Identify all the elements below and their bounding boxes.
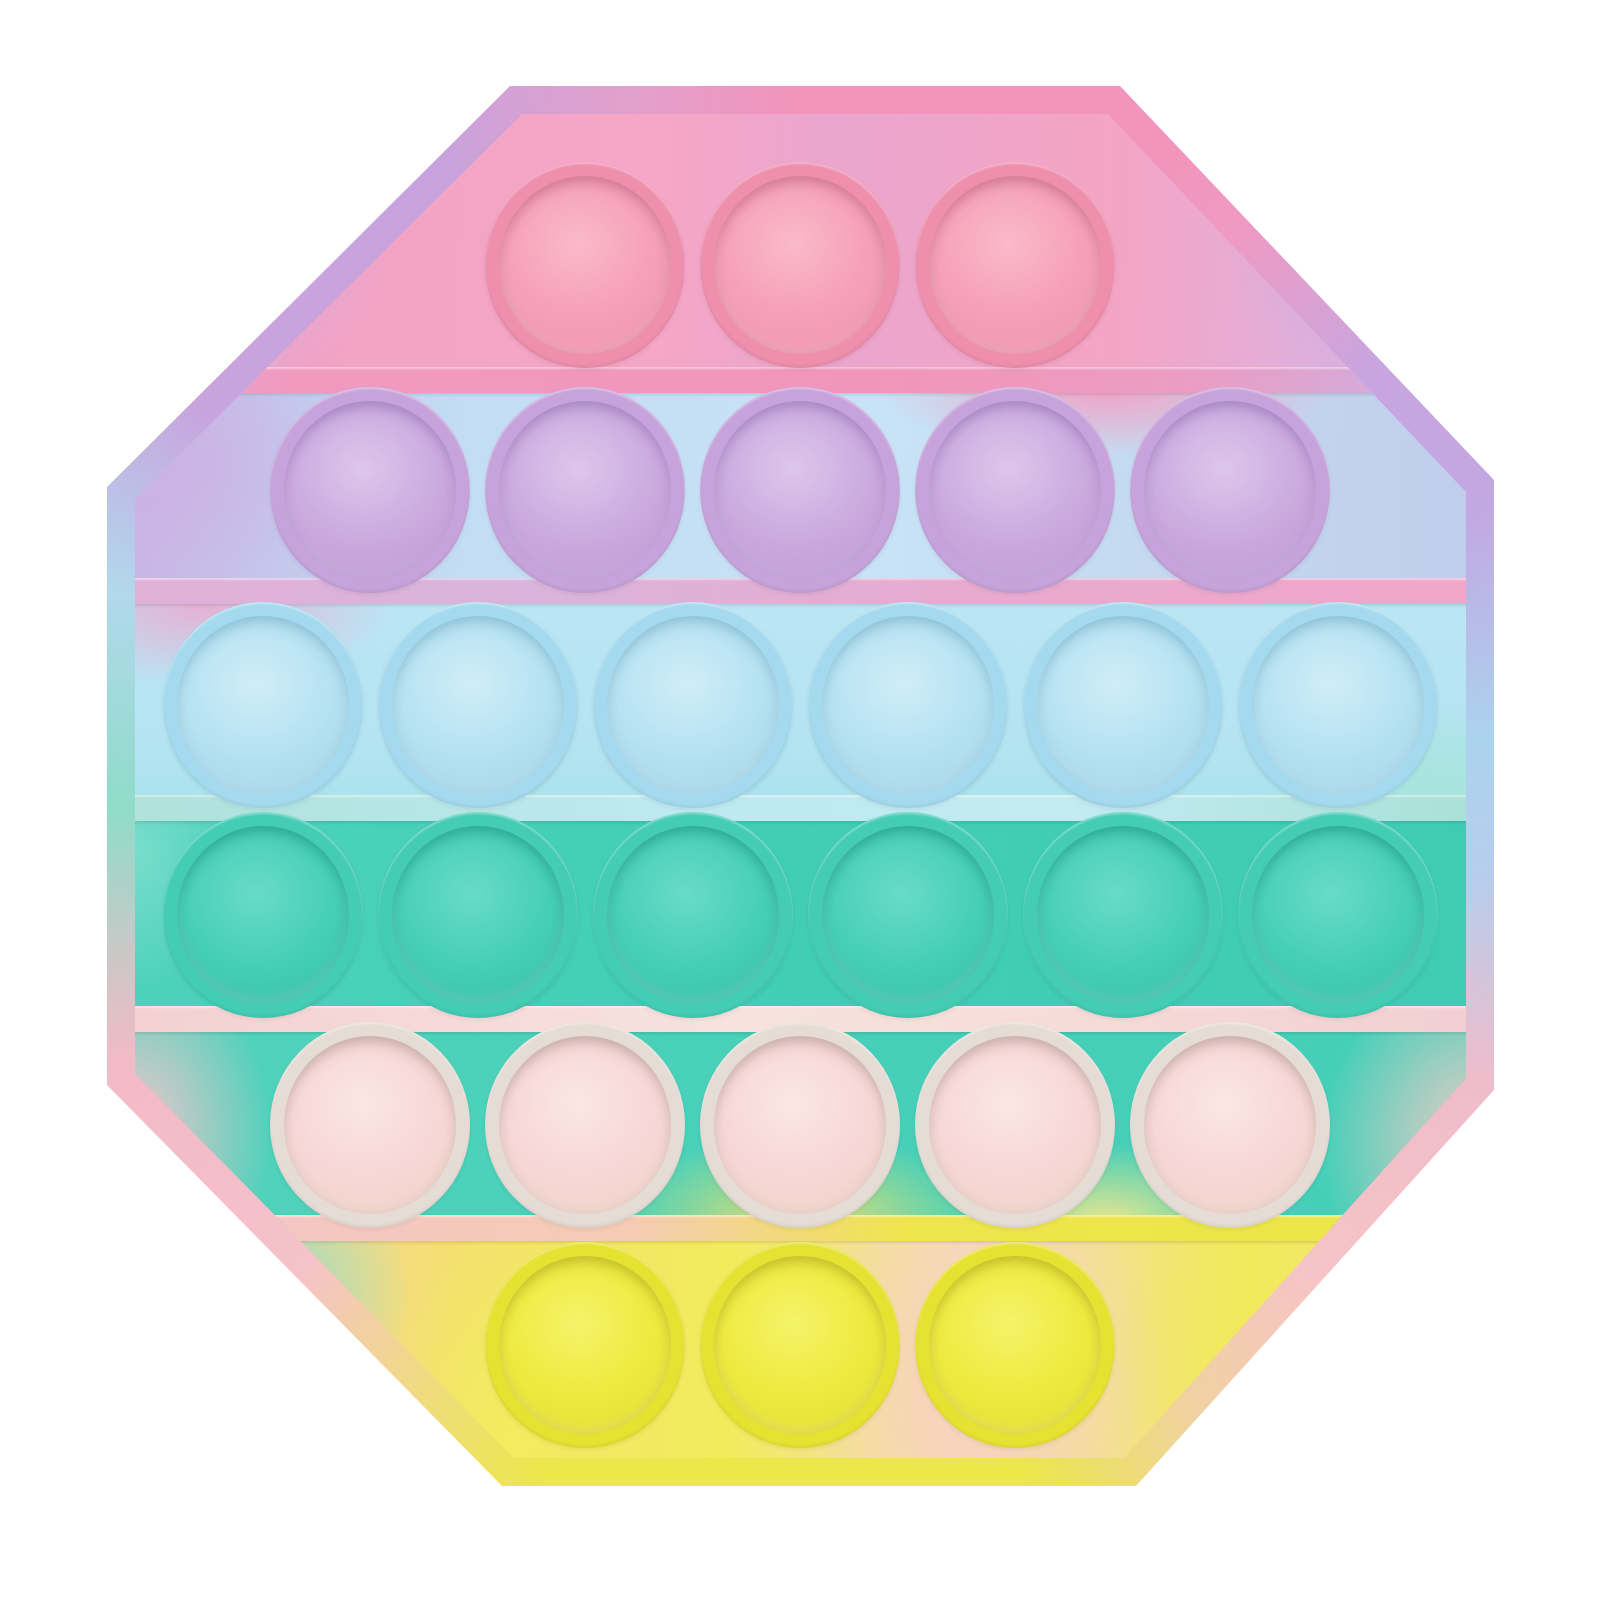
bubble-dome (929, 1256, 1101, 1434)
bubble-row2-col5-purple[interactable] (1130, 387, 1330, 593)
bubble-row6-col2-yellow[interactable] (700, 1242, 900, 1448)
bubble-row2-col3-purple[interactable] (700, 387, 900, 593)
bubble-dome (1252, 616, 1424, 794)
bubble-row4-col5-teal[interactable] (1023, 812, 1223, 1018)
bubble-row3-col4-blue[interactable] (808, 602, 1008, 808)
bubble-dome (1037, 826, 1209, 1004)
bubble-row3-col5-blue[interactable] (1023, 602, 1223, 808)
bubble-dome (822, 826, 994, 1004)
bubble-row-5 (104, 1022, 1496, 1228)
bubble-dome (1144, 1036, 1316, 1214)
bubble-row1-col3-pink[interactable] (915, 162, 1115, 368)
bubble-dome (714, 401, 886, 579)
bubble-dome (499, 1036, 671, 1214)
bubble-row4-col6-teal[interactable] (1238, 812, 1438, 1018)
bubble-dome (1037, 616, 1209, 794)
bubble-dome (284, 1036, 456, 1214)
bubble-dome (607, 826, 779, 1004)
bubble-row2-col2-purple[interactable] (485, 387, 685, 593)
bubble-row-2 (104, 387, 1496, 593)
product-photo-canvas (0, 0, 1600, 1600)
bubble-dome (714, 176, 886, 354)
bubble-row3-col6-blue[interactable] (1238, 602, 1438, 808)
bubble-row-3 (104, 602, 1496, 808)
bubble-row1-col2-pink[interactable] (700, 162, 900, 368)
bubble-dome (714, 1036, 886, 1214)
bubble-dome (177, 616, 349, 794)
bubble-row3-col2-blue[interactable] (378, 602, 578, 808)
bubble-dome (1252, 826, 1424, 1004)
bubble-dome (499, 176, 671, 354)
bubble-row5-col1-rose[interactable] (270, 1022, 470, 1228)
bubble-dome (177, 826, 349, 1004)
bubble-dome (929, 1036, 1101, 1214)
bubble-row6-col1-yellow[interactable] (485, 1242, 685, 1448)
bubble-row5-col3-rose[interactable] (700, 1022, 900, 1228)
bubble-dome (822, 616, 994, 794)
pop-it-toy (104, 84, 1496, 1488)
bubble-row1-col1-pink[interactable] (485, 162, 685, 368)
bubble-dome (714, 1256, 886, 1434)
bubble-row2-col4-purple[interactable] (915, 387, 1115, 593)
bubble-row4-col3-teal[interactable] (593, 812, 793, 1018)
bubble-row4-col2-teal[interactable] (378, 812, 578, 1018)
bubble-row-4 (104, 812, 1496, 1018)
bubble-row3-col1-blue[interactable] (163, 602, 363, 808)
bubble-dome (929, 401, 1101, 579)
bubble-row4-col1-teal[interactable] (163, 812, 363, 1018)
bubble-dome (607, 616, 779, 794)
bubble-dome (284, 401, 456, 579)
bubble-row3-col3-blue[interactable] (593, 602, 793, 808)
bubble-row5-col5-rose[interactable] (1130, 1022, 1330, 1228)
bubble-row4-col4-teal[interactable] (808, 812, 1008, 1018)
bubble-dome (1144, 401, 1316, 579)
bubble-row5-col2-rose[interactable] (485, 1022, 685, 1228)
bubble-dome (392, 826, 564, 1004)
bubble-row2-col1-purple[interactable] (270, 387, 470, 593)
bubble-dome (392, 616, 564, 794)
bubble-row6-col3-yellow[interactable] (915, 1242, 1115, 1448)
bubble-row5-col4-rose[interactable] (915, 1022, 1115, 1228)
bubble-dome (929, 176, 1101, 354)
bubble-dome (499, 401, 671, 579)
bubble-dome (499, 1256, 671, 1434)
